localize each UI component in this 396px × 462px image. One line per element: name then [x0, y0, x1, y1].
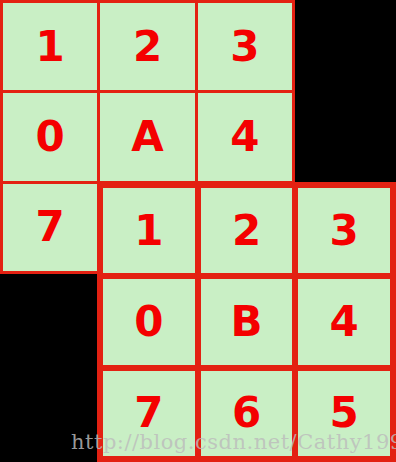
state-a-cell-r2c2: A [100, 93, 194, 180]
state-b-cell-r2c3: 4 [298, 279, 390, 364]
state-a-cell-r2c1: 0 [3, 93, 97, 180]
state-b-cell-r3c2: 6 [201, 371, 293, 456]
puzzle-diagram-canvas: 1230A47 1230B4765 http://blog.csdn.net/C… [0, 0, 396, 462]
state-b-cell-r1c3: 3 [298, 188, 390, 273]
state-b-cell-r3c3: 5 [298, 371, 390, 456]
state-a-cell-r1c2: 2 [100, 3, 194, 90]
state-a-cell-r1c1: 1 [3, 3, 97, 90]
puzzle-grid-state-b: 1230B4765 [97, 182, 396, 462]
state-a-cell-r2c3: 4 [198, 93, 292, 180]
state-a-cell-r1c3: 3 [198, 3, 292, 90]
state-b-cell-r2c2: B [201, 279, 293, 364]
state-b-cell-r2c1: 0 [103, 279, 195, 364]
state-b-cell-r3c1: 7 [103, 371, 195, 456]
state-b-cell-r1c2: 2 [201, 188, 293, 273]
state-a-cell-r3c1: 7 [3, 184, 97, 271]
state-b-cell-r1c1: 1 [103, 188, 195, 273]
